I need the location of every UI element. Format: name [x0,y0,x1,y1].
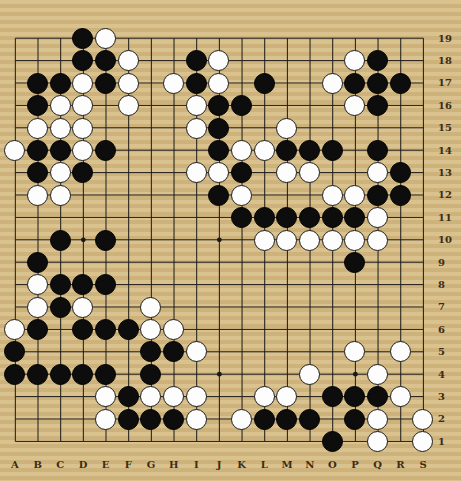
intersection-R3[interactable] [389,386,412,408]
intersection-H12[interactable] [162,184,185,206]
intersection-G10[interactable] [140,229,163,251]
intersection-G15[interactable] [140,117,163,139]
intersection-M3[interactable] [276,386,299,408]
intersection-F6[interactable] [117,318,140,340]
intersection-I13[interactable] [185,162,208,184]
intersection-R4[interactable] [389,363,412,385]
intersection-I18[interactable] [185,50,208,72]
intersection-P12[interactable] [344,184,367,206]
intersection-C16[interactable] [49,94,72,116]
intersection-E13[interactable] [94,162,117,184]
intersection-S6[interactable] [411,318,434,340]
intersection-O3[interactable] [321,386,344,408]
intersection-A19[interactable] [4,27,27,49]
intersection-B6[interactable] [26,318,49,340]
intersection-N2[interactable] [298,408,321,430]
intersection-I8[interactable] [185,274,208,296]
intersection-P7[interactable] [344,296,367,318]
intersection-F16[interactable] [117,94,140,116]
intersection-H19[interactable] [162,27,185,49]
intersection-F17[interactable] [117,72,140,94]
intersection-K1[interactable] [230,430,253,452]
intersection-B5[interactable] [26,341,49,363]
intersection-P11[interactable] [344,206,367,228]
intersection-N18[interactable] [298,50,321,72]
intersection-L15[interactable] [253,117,276,139]
intersection-N16[interactable] [298,94,321,116]
intersection-P5[interactable] [344,341,367,363]
intersection-N12[interactable] [298,184,321,206]
intersection-R6[interactable] [389,318,412,340]
intersection-O8[interactable] [321,274,344,296]
intersection-L5[interactable] [253,341,276,363]
intersection-B12[interactable] [26,184,49,206]
intersection-M18[interactable] [276,50,299,72]
intersection-N3[interactable] [298,386,321,408]
intersection-Q2[interactable] [366,408,389,430]
intersection-B18[interactable] [26,50,49,72]
intersection-K14[interactable] [230,139,253,161]
intersection-M13[interactable] [276,162,299,184]
intersection-C3[interactable] [49,386,72,408]
intersection-D3[interactable] [72,386,95,408]
intersection-L18[interactable] [253,50,276,72]
intersection-H8[interactable] [162,274,185,296]
intersection-O14[interactable] [321,139,344,161]
intersection-K13[interactable] [230,162,253,184]
intersection-O13[interactable] [321,162,344,184]
intersection-J11[interactable] [208,206,231,228]
intersection-B17[interactable] [26,72,49,94]
intersection-S18[interactable] [411,50,434,72]
intersection-A7[interactable] [4,296,27,318]
intersection-K15[interactable] [230,117,253,139]
intersection-D2[interactable] [72,408,95,430]
intersection-R13[interactable] [389,162,412,184]
intersection-G16[interactable] [140,94,163,116]
intersection-N8[interactable] [298,274,321,296]
intersection-L11[interactable] [253,206,276,228]
intersection-H18[interactable] [162,50,185,72]
intersection-C4[interactable] [49,363,72,385]
intersection-Q4[interactable] [366,363,389,385]
intersection-C2[interactable] [49,408,72,430]
intersection-A12[interactable] [4,184,27,206]
intersection-O19[interactable] [321,27,344,49]
intersection-N19[interactable] [298,27,321,49]
intersection-G13[interactable] [140,162,163,184]
intersection-H17[interactable] [162,72,185,94]
intersection-R9[interactable] [389,251,412,273]
intersection-H13[interactable] [162,162,185,184]
intersection-A6[interactable] [4,318,27,340]
intersection-K11[interactable] [230,206,253,228]
intersection-E9[interactable] [94,251,117,273]
intersection-D10[interactable] [72,229,95,251]
intersection-I2[interactable] [185,408,208,430]
intersection-L3[interactable] [253,386,276,408]
intersection-I17[interactable] [185,72,208,94]
intersection-S19[interactable] [411,27,434,49]
intersection-F13[interactable] [117,162,140,184]
intersection-I15[interactable] [185,117,208,139]
intersection-I4[interactable] [185,363,208,385]
intersection-E12[interactable] [94,184,117,206]
intersection-D11[interactable] [72,206,95,228]
intersection-L6[interactable] [253,318,276,340]
intersection-R11[interactable] [389,206,412,228]
intersection-S2[interactable] [411,408,434,430]
intersection-J8[interactable] [208,274,231,296]
intersection-D12[interactable] [72,184,95,206]
intersection-J10[interactable] [208,229,231,251]
intersection-O18[interactable] [321,50,344,72]
intersection-F4[interactable] [117,363,140,385]
intersection-D15[interactable] [72,117,95,139]
intersection-J13[interactable] [208,162,231,184]
intersection-O11[interactable] [321,206,344,228]
intersection-C12[interactable] [49,184,72,206]
intersection-J12[interactable] [208,184,231,206]
intersection-D18[interactable] [72,50,95,72]
intersection-L17[interactable] [253,72,276,94]
intersection-Q13[interactable] [366,162,389,184]
intersection-K10[interactable] [230,229,253,251]
intersection-F5[interactable] [117,341,140,363]
intersection-Q7[interactable] [366,296,389,318]
intersection-C11[interactable] [49,206,72,228]
intersection-R17[interactable] [389,72,412,94]
intersection-M17[interactable] [276,72,299,94]
intersection-J4[interactable] [208,363,231,385]
intersection-S4[interactable] [411,363,434,385]
intersection-E6[interactable] [94,318,117,340]
intersection-G6[interactable] [140,318,163,340]
intersection-G12[interactable] [140,184,163,206]
intersection-D17[interactable] [72,72,95,94]
intersection-J17[interactable] [208,72,231,94]
intersection-Q9[interactable] [366,251,389,273]
intersection-Q19[interactable] [366,27,389,49]
intersection-L14[interactable] [253,139,276,161]
intersection-Q15[interactable] [366,117,389,139]
intersection-C17[interactable] [49,72,72,94]
intersection-A18[interactable] [4,50,27,72]
intersection-Q10[interactable] [366,229,389,251]
intersection-A16[interactable] [4,94,27,116]
intersection-F19[interactable] [117,27,140,49]
intersection-L2[interactable] [253,408,276,430]
intersection-S14[interactable] [411,139,434,161]
intersection-J1[interactable] [208,430,231,452]
intersection-D14[interactable] [72,139,95,161]
intersection-B14[interactable] [26,139,49,161]
intersection-P2[interactable] [344,408,367,430]
intersection-G14[interactable] [140,139,163,161]
intersection-E8[interactable] [94,274,117,296]
intersection-J18[interactable] [208,50,231,72]
intersection-B3[interactable] [26,386,49,408]
intersection-I10[interactable] [185,229,208,251]
intersection-M5[interactable] [276,341,299,363]
intersection-L10[interactable] [253,229,276,251]
intersection-R10[interactable] [389,229,412,251]
intersection-Q3[interactable] [366,386,389,408]
intersection-E15[interactable] [94,117,117,139]
intersection-C10[interactable] [49,229,72,251]
intersection-H1[interactable] [162,430,185,452]
intersection-M8[interactable] [276,274,299,296]
intersection-P19[interactable] [344,27,367,49]
intersection-P14[interactable] [344,139,367,161]
intersection-A10[interactable] [4,229,27,251]
intersection-M16[interactable] [276,94,299,116]
intersection-O4[interactable] [321,363,344,385]
intersection-M19[interactable] [276,27,299,49]
intersection-C8[interactable] [49,274,72,296]
intersection-S8[interactable] [411,274,434,296]
intersection-G8[interactable] [140,274,163,296]
intersection-B2[interactable] [26,408,49,430]
intersection-E7[interactable] [94,296,117,318]
intersection-Q14[interactable] [366,139,389,161]
intersection-O15[interactable] [321,117,344,139]
intersection-I19[interactable] [185,27,208,49]
intersection-F11[interactable] [117,206,140,228]
intersection-E18[interactable] [94,50,117,72]
intersection-H3[interactable] [162,386,185,408]
intersection-E16[interactable] [94,94,117,116]
intersection-L1[interactable] [253,430,276,452]
intersection-D9[interactable] [72,251,95,273]
intersection-F7[interactable] [117,296,140,318]
intersection-A1[interactable] [4,430,27,452]
intersection-B10[interactable] [26,229,49,251]
intersection-A13[interactable] [4,162,27,184]
intersection-K5[interactable] [230,341,253,363]
intersection-J9[interactable] [208,251,231,273]
intersection-Q18[interactable] [366,50,389,72]
intersection-P15[interactable] [344,117,367,139]
intersection-P10[interactable] [344,229,367,251]
intersection-F9[interactable] [117,251,140,273]
intersection-P9[interactable] [344,251,367,273]
intersection-S16[interactable] [411,94,434,116]
intersection-I11[interactable] [185,206,208,228]
intersection-B4[interactable] [26,363,49,385]
intersection-A3[interactable] [4,386,27,408]
intersection-C7[interactable] [49,296,72,318]
intersection-M4[interactable] [276,363,299,385]
intersection-N11[interactable] [298,206,321,228]
intersection-I5[interactable] [185,341,208,363]
intersection-K16[interactable] [230,94,253,116]
intersection-G4[interactable] [140,363,163,385]
intersection-S13[interactable] [411,162,434,184]
intersection-O10[interactable] [321,229,344,251]
intersection-B1[interactable] [26,430,49,452]
intersection-P13[interactable] [344,162,367,184]
intersection-J7[interactable] [208,296,231,318]
intersection-N15[interactable] [298,117,321,139]
intersection-A17[interactable] [4,72,27,94]
intersection-S10[interactable] [411,229,434,251]
intersection-M7[interactable] [276,296,299,318]
intersection-O16[interactable] [321,94,344,116]
intersection-A2[interactable] [4,408,27,430]
intersection-H7[interactable] [162,296,185,318]
intersection-E11[interactable] [94,206,117,228]
intersection-N7[interactable] [298,296,321,318]
intersection-D13[interactable] [72,162,95,184]
intersection-S9[interactable] [411,251,434,273]
intersection-E2[interactable] [94,408,117,430]
intersection-R2[interactable] [389,408,412,430]
intersection-H6[interactable] [162,318,185,340]
intersection-K4[interactable] [230,363,253,385]
intersection-M11[interactable] [276,206,299,228]
intersection-K2[interactable] [230,408,253,430]
intersection-M15[interactable] [276,117,299,139]
intersection-M1[interactable] [276,430,299,452]
intersection-O12[interactable] [321,184,344,206]
intersection-P1[interactable] [344,430,367,452]
intersection-B7[interactable] [26,296,49,318]
intersection-G17[interactable] [140,72,163,94]
intersection-F15[interactable] [117,117,140,139]
intersection-C13[interactable] [49,162,72,184]
intersection-O1[interactable] [321,430,344,452]
intersection-G5[interactable] [140,341,163,363]
intersection-M14[interactable] [276,139,299,161]
intersection-H10[interactable] [162,229,185,251]
intersection-N4[interactable] [298,363,321,385]
intersection-F3[interactable] [117,386,140,408]
intersection-N1[interactable] [298,430,321,452]
intersection-P6[interactable] [344,318,367,340]
intersection-O7[interactable] [321,296,344,318]
intersection-E10[interactable] [94,229,117,251]
intersection-D7[interactable] [72,296,95,318]
intersection-H14[interactable] [162,139,185,161]
intersection-P8[interactable] [344,274,367,296]
intersection-I3[interactable] [185,386,208,408]
intersection-A14[interactable] [4,139,27,161]
intersection-L4[interactable] [253,363,276,385]
intersection-L16[interactable] [253,94,276,116]
intersection-C1[interactable] [49,430,72,452]
intersection-G19[interactable] [140,27,163,49]
intersection-E5[interactable] [94,341,117,363]
intersection-R14[interactable] [389,139,412,161]
intersection-J5[interactable] [208,341,231,363]
intersection-K19[interactable] [230,27,253,49]
intersection-I16[interactable] [185,94,208,116]
intersection-J2[interactable] [208,408,231,430]
intersection-B15[interactable] [26,117,49,139]
intersection-E4[interactable] [94,363,117,385]
intersection-S11[interactable] [411,206,434,228]
intersection-D6[interactable] [72,318,95,340]
intersection-A9[interactable] [4,251,27,273]
intersection-Q1[interactable] [366,430,389,452]
intersection-K8[interactable] [230,274,253,296]
intersection-Q6[interactable] [366,318,389,340]
intersection-I1[interactable] [185,430,208,452]
intersection-H2[interactable] [162,408,185,430]
intersection-G2[interactable] [140,408,163,430]
intersection-O6[interactable] [321,318,344,340]
intersection-P16[interactable] [344,94,367,116]
intersection-A4[interactable] [4,363,27,385]
intersection-K12[interactable] [230,184,253,206]
intersection-Q5[interactable] [366,341,389,363]
intersection-B11[interactable] [26,206,49,228]
intersection-K6[interactable] [230,318,253,340]
intersection-R18[interactable] [389,50,412,72]
intersection-K18[interactable] [230,50,253,72]
intersection-S5[interactable] [411,341,434,363]
intersection-O2[interactable] [321,408,344,430]
intersection-L19[interactable] [253,27,276,49]
intersection-S1[interactable] [411,430,434,452]
intersection-L7[interactable] [253,296,276,318]
intersection-L9[interactable] [253,251,276,273]
intersection-N5[interactable] [298,341,321,363]
intersection-A11[interactable] [4,206,27,228]
intersection-L13[interactable] [253,162,276,184]
intersection-D4[interactable] [72,363,95,385]
intersection-C19[interactable] [49,27,72,49]
intersection-F2[interactable] [117,408,140,430]
intersection-B13[interactable] [26,162,49,184]
intersection-I12[interactable] [185,184,208,206]
intersection-H15[interactable] [162,117,185,139]
intersection-N13[interactable] [298,162,321,184]
intersection-R5[interactable] [389,341,412,363]
intersection-H9[interactable] [162,251,185,273]
intersection-E3[interactable] [94,386,117,408]
intersection-E1[interactable] [94,430,117,452]
intersection-H5[interactable] [162,341,185,363]
intersection-R7[interactable] [389,296,412,318]
intersection-C6[interactable] [49,318,72,340]
intersection-Q12[interactable] [366,184,389,206]
intersection-F1[interactable] [117,430,140,452]
intersection-P3[interactable] [344,386,367,408]
intersection-R12[interactable] [389,184,412,206]
intersection-I14[interactable] [185,139,208,161]
intersection-M10[interactable] [276,229,299,251]
intersection-D5[interactable] [72,341,95,363]
intersection-Q17[interactable] [366,72,389,94]
intersection-Q16[interactable] [366,94,389,116]
intersection-P18[interactable] [344,50,367,72]
intersection-L8[interactable] [253,274,276,296]
intersection-D16[interactable] [72,94,95,116]
intersection-G11[interactable] [140,206,163,228]
intersection-M6[interactable] [276,318,299,340]
intersection-J14[interactable] [208,139,231,161]
intersection-S15[interactable] [411,117,434,139]
intersection-P4[interactable] [344,363,367,385]
intersection-N6[interactable] [298,318,321,340]
intersection-S17[interactable] [411,72,434,94]
intersection-Q8[interactable] [366,274,389,296]
intersection-R19[interactable] [389,27,412,49]
intersection-G1[interactable] [140,430,163,452]
intersection-H16[interactable] [162,94,185,116]
